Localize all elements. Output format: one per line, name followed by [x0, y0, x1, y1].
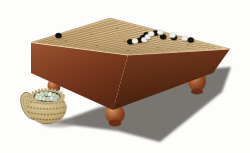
go-stone-white	[182, 36, 188, 41]
star-point	[65, 40, 67, 41]
star-point	[157, 47, 159, 48]
goban-photo	[0, 0, 250, 153]
star-point	[116, 27, 118, 28]
basket-bowl	[27, 90, 67, 124]
go-stone-black	[55, 33, 61, 38]
go-stone-white	[132, 39, 138, 44]
star-point	[187, 44, 189, 45]
star-point	[127, 50, 129, 51]
star-point	[96, 45, 98, 46]
star-point	[124, 40, 126, 41]
star-point	[91, 34, 93, 35]
go-stone-white	[157, 30, 163, 35]
go-stone-black	[188, 37, 194, 42]
basket-white-stone	[53, 97, 58, 102]
go-stone-white	[169, 33, 175, 38]
basket-white-stone	[35, 95, 40, 100]
go-stone-white	[148, 31, 154, 36]
